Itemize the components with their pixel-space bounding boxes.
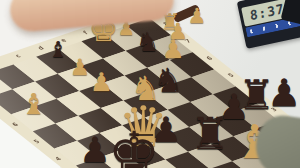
white-pawn-d6[interactable]: ♟	[88, 70, 114, 96]
white-bishop-a6[interactable]: ♝	[19, 90, 48, 119]
black-rook-e2[interactable]: ♜	[188, 112, 232, 156]
captured-white-pawn[interactable]: ♟	[187, 6, 208, 27]
white-pawn-h6[interactable]: ♟	[160, 37, 186, 63]
black-knight-g7[interactable]: ♞	[135, 29, 161, 55]
black-king-b2[interactable]: ♚	[105, 124, 163, 168]
black-bishop-d8[interactable]: ♝	[47, 39, 69, 61]
scene: aabbccddeeffgghh8877665544332211 ♝♚♟♜♟♞♟…	[0, 0, 300, 168]
